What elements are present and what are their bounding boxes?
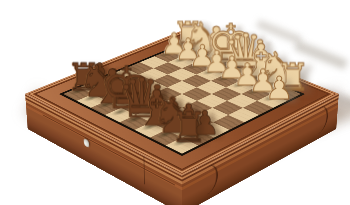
black-rook-glyph: ♜ — [170, 107, 207, 149]
chess-case: ♜♟♟♜♞♟♟♞♝♟♟♝♚♟♟♚♛♟♟♛♝♟♟♝♞♟♟♞♜♟♟♜ — [25, 31, 339, 176]
chess-set-photo: ♜♟♟♜♞♟♟♞♝♟♟♝♚♟♟♚♛♟♟♛♝♟♟♝♞♟♟♞♜♟♟♜ — [0, 0, 350, 205]
black-rook-a8[interactable]: ♜ — [166, 138, 198, 154]
drawer-seam — [144, 156, 145, 185]
white-pawn-glyph: ♟ — [265, 72, 293, 104]
